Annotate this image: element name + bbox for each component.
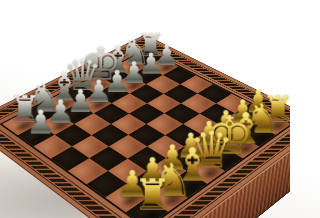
scene: ♜♞♝♛♚♝♞♜♟♟♟♟♟♟♟♟♟♟♟♟♟♟♟♟♜♞♝♛♚♝♞♜: [0, 0, 290, 218]
chess-case: ♜♞♝♛♚♝♞♜♟♟♟♟♟♟♟♟♟♟♟♟♟♟♟♟♜♞♝♛♚♝♞♜: [0, 35, 290, 218]
gold-rook-a1: ♜: [133, 175, 172, 216]
silver-pawn-a7: ♟: [26, 107, 55, 138]
